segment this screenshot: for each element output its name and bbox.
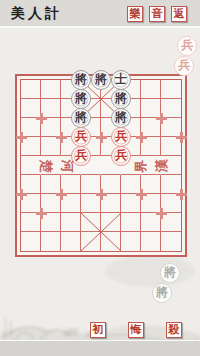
- sound-button[interactable]: 音: [149, 6, 165, 22]
- piece-red-r4c4[interactable]: 兵: [71, 127, 91, 147]
- footer-strip: [0, 340, 200, 356]
- tray-piece-faded-red-1: 兵: [174, 56, 194, 76]
- star-point-marker: [176, 189, 187, 200]
- piece-red-r5c6[interactable]: 兵: [111, 146, 131, 166]
- star-point-marker: [96, 132, 107, 143]
- star-point-marker: [156, 113, 167, 124]
- star-point-marker: [156, 208, 167, 219]
- piece-red-r5c4[interactable]: 兵: [71, 146, 91, 166]
- undo-button[interactable]: 悔: [128, 322, 144, 338]
- river-label-jie: 界: [133, 158, 149, 174]
- star-point-marker: [136, 189, 147, 200]
- piece-black-r1c4[interactable]: 將: [71, 70, 91, 90]
- piece-black-r2c6[interactable]: 將: [111, 89, 131, 109]
- music-button[interactable]: 樂: [127, 6, 143, 22]
- page-title: 美人計: [11, 5, 62, 23]
- header-buttons: 樂音返: [127, 6, 187, 22]
- back-button[interactable]: 返: [171, 6, 187, 22]
- river-label-han: 漢: [154, 158, 170, 174]
- star-point-marker: [96, 189, 107, 200]
- tray-piece-faded-black-2: 將: [160, 263, 180, 283]
- app-window: 楚河界漢 將將士將將將將兵兵兵兵兵兵將將 美人計 樂音返 初悔殺: [0, 0, 200, 356]
- star-point-marker: [36, 208, 47, 219]
- star-point-marker: [176, 132, 187, 143]
- solve-button[interactable]: 殺: [166, 322, 182, 338]
- star-point-marker: [16, 189, 27, 200]
- piece-black-r3c4[interactable]: 將: [71, 108, 91, 128]
- tray-piece-faded-red-0: 兵: [177, 36, 197, 56]
- tray-piece-faded-black-3: 將: [152, 283, 172, 303]
- star-point-marker: [56, 189, 67, 200]
- star-point-marker: [16, 132, 27, 143]
- header-bar: 美人計 樂音返: [0, 0, 200, 28]
- footer-buttons: 初悔殺: [90, 322, 182, 338]
- piece-red-r4c6[interactable]: 兵: [111, 127, 131, 147]
- piece-black-r2c4[interactable]: 將: [71, 89, 91, 109]
- restart-button[interactable]: 初: [90, 322, 106, 338]
- piece-black-r3c6[interactable]: 將: [111, 108, 131, 128]
- piece-black-r1c6[interactable]: 士: [111, 70, 131, 90]
- star-point-marker: [136, 132, 147, 143]
- river-label-chu: 楚: [38, 158, 54, 174]
- star-point-marker: [56, 132, 67, 143]
- star-point-marker: [36, 113, 47, 124]
- piece-black-r1c5[interactable]: 將: [91, 70, 111, 90]
